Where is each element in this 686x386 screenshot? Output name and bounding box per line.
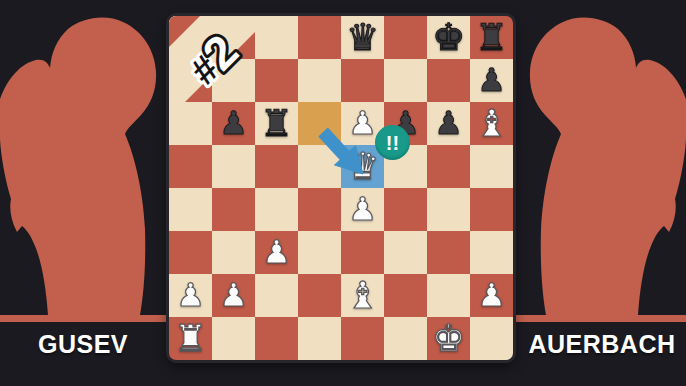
piece-white-pawn[interactable]: ♟	[262, 231, 291, 274]
piece-white-king[interactable]: ♚	[432, 317, 465, 360]
square-h6[interactable]: ♝	[470, 102, 513, 145]
square-g1[interactable]: ♚	[427, 317, 470, 360]
piece-black-rook[interactable]: ♜	[260, 102, 293, 145]
square-d2[interactable]	[298, 274, 341, 317]
left-player-silhouette	[0, 15, 168, 315]
square-d5[interactable]	[298, 145, 341, 188]
piece-black-queen[interactable]: ♛	[346, 16, 379, 59]
square-g3[interactable]	[427, 231, 470, 274]
square-g2[interactable]	[427, 274, 470, 317]
square-c3[interactable]: ♟	[255, 231, 298, 274]
square-b7[interactable]	[212, 59, 255, 102]
piece-black-king[interactable]: ♚	[432, 16, 465, 59]
square-d1[interactable]	[298, 317, 341, 360]
piece-white-pawn[interactable]: ♟	[348, 188, 377, 231]
square-c2[interactable]	[255, 274, 298, 317]
piece-black-pawn[interactable]: ♟	[434, 102, 463, 145]
piece-white-pawn[interactable]: ♟	[219, 274, 248, 317]
piece-white-pawn[interactable]: ♟	[348, 102, 377, 145]
square-f1[interactable]	[384, 317, 427, 360]
square-e8[interactable]: ♛	[341, 16, 384, 59]
square-b4[interactable]	[212, 188, 255, 231]
square-g6[interactable]: ♟	[427, 102, 470, 145]
square-a3[interactable]	[169, 231, 212, 274]
square-h5[interactable]	[470, 145, 513, 188]
square-b1[interactable]	[212, 317, 255, 360]
square-c5[interactable]	[255, 145, 298, 188]
square-a4[interactable]	[169, 188, 212, 231]
square-a7[interactable]	[169, 59, 212, 102]
piece-white-pawn[interactable]: ♟	[477, 274, 506, 317]
chess-thumbnail: GUSEV AUERBACH ♛♚♜♟♟♜♟♟♟♝♛♟♟♟♟♝♟♜♚ #2 !!	[0, 0, 686, 386]
square-c4[interactable]	[255, 188, 298, 231]
square-a1[interactable]: ♜	[169, 317, 212, 360]
piece-white-queen[interactable]: ♛	[346, 145, 379, 188]
square-f3[interactable]	[384, 231, 427, 274]
square-d7[interactable]	[298, 59, 341, 102]
square-h2[interactable]: ♟	[470, 274, 513, 317]
player-name-right: AUERBACH	[518, 330, 686, 358]
square-a5[interactable]	[169, 145, 212, 188]
piece-white-rook[interactable]: ♜	[174, 317, 207, 360]
square-e2[interactable]: ♝	[341, 274, 384, 317]
square-d3[interactable]	[298, 231, 341, 274]
square-d8[interactable]	[298, 16, 341, 59]
piece-black-pawn[interactable]: ♟	[477, 59, 506, 102]
square-f7[interactable]	[384, 59, 427, 102]
square-c7[interactable]	[255, 59, 298, 102]
chess-board: ♛♚♜♟♟♜♟♟♟♝♛♟♟♟♟♝♟♜♚ #2 !!	[166, 13, 516, 363]
square-h7[interactable]: ♟	[470, 59, 513, 102]
square-g5[interactable]	[427, 145, 470, 188]
square-c8[interactable]	[255, 16, 298, 59]
square-b6[interactable]: ♟	[212, 102, 255, 145]
square-b3[interactable]	[212, 231, 255, 274]
square-h4[interactable]	[470, 188, 513, 231]
square-e7[interactable]	[341, 59, 384, 102]
square-h3[interactable]	[470, 231, 513, 274]
square-e4[interactable]: ♟	[341, 188, 384, 231]
square-d4[interactable]	[298, 188, 341, 231]
square-d6[interactable]	[298, 102, 341, 145]
square-f4[interactable]	[384, 188, 427, 231]
square-f8[interactable]	[384, 16, 427, 59]
square-b2[interactable]: ♟	[212, 274, 255, 317]
square-c1[interactable]	[255, 317, 298, 360]
square-f2[interactable]	[384, 274, 427, 317]
square-g7[interactable]	[427, 59, 470, 102]
piece-white-bishop[interactable]: ♝	[346, 274, 379, 317]
piece-black-pawn[interactable]: ♟	[219, 102, 248, 145]
square-h8[interactable]: ♜	[470, 16, 513, 59]
square-b8[interactable]	[212, 16, 255, 59]
piece-white-pawn[interactable]: ♟	[176, 274, 205, 317]
square-e3[interactable]	[341, 231, 384, 274]
right-player-silhouette	[518, 15, 686, 315]
square-c6[interactable]: ♜	[255, 102, 298, 145]
brilliant-move-label: !!	[386, 133, 399, 153]
square-h1[interactable]	[470, 317, 513, 360]
piece-white-bishop[interactable]: ♝	[475, 102, 508, 145]
square-b5[interactable]	[212, 145, 255, 188]
piece-black-rook[interactable]: ♜	[475, 16, 508, 59]
square-a2[interactable]: ♟	[169, 274, 212, 317]
square-e1[interactable]	[341, 317, 384, 360]
square-a6[interactable]	[169, 102, 212, 145]
brilliant-move-badge: !!	[375, 125, 410, 160]
board-grid: ♛♚♜♟♟♜♟♟♟♝♛♟♟♟♟♝♟♜♚	[169, 16, 513, 360]
player-name-left: GUSEV	[0, 330, 166, 358]
square-g4[interactable]	[427, 188, 470, 231]
square-a8[interactable]	[169, 16, 212, 59]
square-g8[interactable]: ♚	[427, 16, 470, 59]
